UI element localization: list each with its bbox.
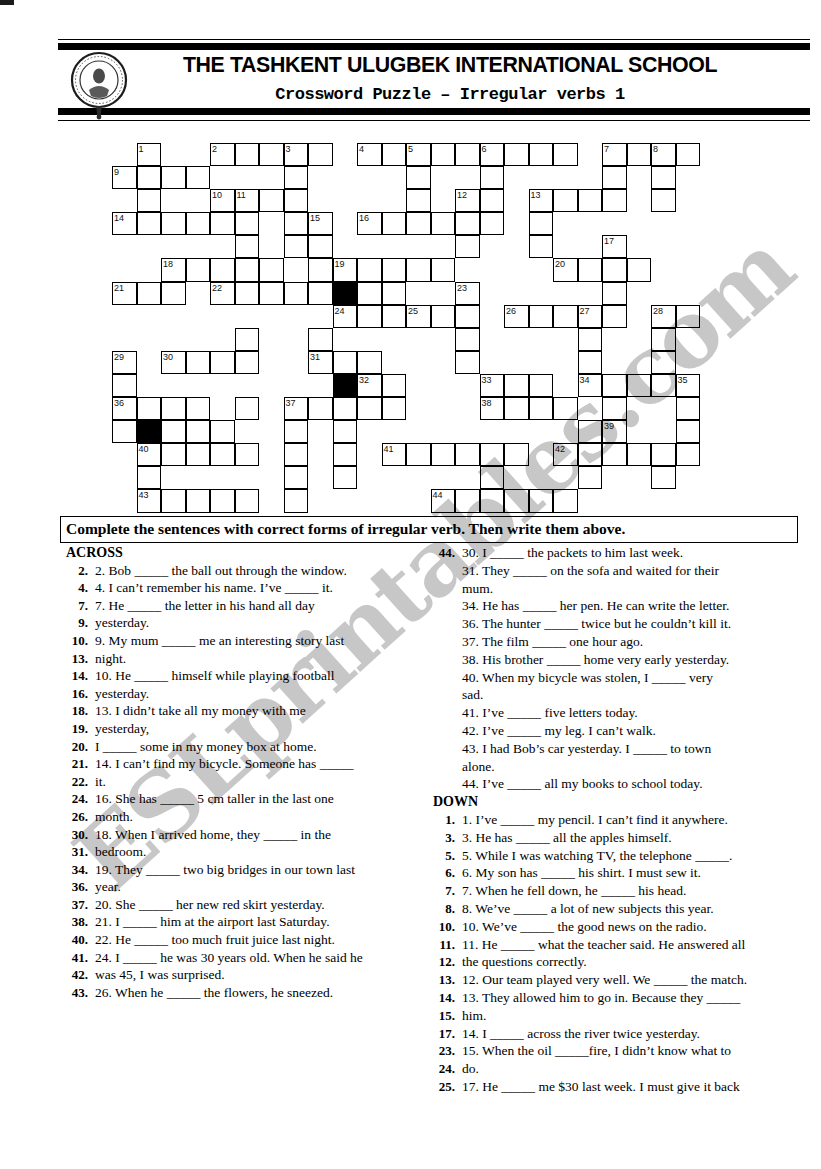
empty-space <box>627 489 652 512</box>
empty-space <box>651 489 676 512</box>
empty-space <box>333 328 358 351</box>
empty-space <box>602 466 627 489</box>
empty-space <box>504 466 529 489</box>
grid-cell <box>235 489 260 512</box>
grid-cell: 27 <box>578 305 603 328</box>
grid-cell <box>406 189 431 212</box>
clue-text: 13. I didn’t take all my money with me <box>95 703 306 719</box>
empty-space <box>553 466 578 489</box>
clue-line: 10.9. My mum _____ me an interesting sto… <box>60 633 432 651</box>
cell-number: 13 <box>531 190 541 200</box>
empty-space <box>651 420 676 443</box>
empty-space <box>480 351 505 374</box>
grid-cell: 20 <box>553 258 578 281</box>
cell-number: 17 <box>604 236 614 246</box>
grid-cell: 3 <box>284 143 309 166</box>
empty-space <box>529 258 554 281</box>
empty-space <box>406 397 431 420</box>
clue-text: 8. We’ve _____ a lot of new subjects thi… <box>462 901 714 917</box>
grid-cell <box>210 443 235 466</box>
empty-space <box>627 397 652 420</box>
cell-number: 20 <box>555 259 565 269</box>
empty-space <box>333 235 358 258</box>
grid-cell: 44 <box>431 489 456 512</box>
cell-number: 16 <box>359 213 369 223</box>
grid-cell <box>308 235 333 258</box>
clue-text: 34. He has _____ her pen. He can write t… <box>462 598 729 614</box>
cell-number: 18 <box>163 259 173 269</box>
grid-cell <box>137 466 162 489</box>
grid-cell <box>284 282 309 305</box>
clue-text: 36. The hunter _____ twice but he couldn… <box>462 616 731 632</box>
grid-cell: 19 <box>333 258 358 281</box>
clue-line: 3.3. He has _____ all the apples himself… <box>427 830 815 848</box>
clue-line: 23.15. When the oil _____fire, I didn’t … <box>427 1043 815 1061</box>
empty-space <box>627 235 652 258</box>
grid-cell: 8 <box>651 143 676 166</box>
cell-number: 4 <box>359 144 364 154</box>
empty-space <box>259 328 284 351</box>
clue-text: alone. <box>462 759 495 775</box>
grid-cell: 21 <box>112 282 137 305</box>
grid-cell <box>529 235 554 258</box>
empty-space <box>627 420 652 443</box>
empty-space <box>504 351 529 374</box>
crest-icon <box>70 50 128 120</box>
clue-text: I _____ some in my money box at home. <box>95 739 317 755</box>
across-clue-list-continued: 44.30. I _____ the packets to him last w… <box>427 545 815 794</box>
empty-space <box>186 143 211 166</box>
clue-line: 24.16. She has _____ 5 cm taller in the … <box>60 791 432 809</box>
grid-cell: 6 <box>480 143 505 166</box>
empty-space <box>406 374 431 397</box>
grid-cell <box>308 143 333 166</box>
clue-text: 14. I _____ across the river twice yeste… <box>462 1026 700 1042</box>
empty-space <box>161 235 186 258</box>
cell-number: 42 <box>555 444 565 454</box>
empty-space <box>480 420 505 443</box>
empty-space <box>455 420 480 443</box>
empty-space <box>112 189 137 212</box>
clue-line: 43.26. When he _____ the flowers, he sne… <box>60 985 432 1003</box>
grid-cell: 17 <box>602 235 627 258</box>
clue-line: 38. His brother _____ home very early ye… <box>427 652 815 670</box>
clue-text: 42. I’ve _____ my leg. I can’t walk. <box>462 723 656 739</box>
cell-number: 3 <box>286 144 291 154</box>
grid-cell <box>284 443 309 466</box>
grid-cell <box>357 258 382 281</box>
clue-number: 37. <box>60 897 95 913</box>
empty-space <box>553 212 578 235</box>
clue-number: 20. <box>60 739 95 755</box>
cell-number: 14 <box>114 213 124 223</box>
empty-space <box>284 258 309 281</box>
grid-cell: 18 <box>161 258 186 281</box>
empty-space <box>308 374 333 397</box>
empty-space <box>333 489 358 512</box>
grid-cell <box>284 420 309 443</box>
empty-space <box>382 189 407 212</box>
empty-space <box>676 235 701 258</box>
empty-space <box>651 235 676 258</box>
cell-number: 26 <box>506 306 516 316</box>
clue-line: 34. He has _____ her pen. He can write t… <box>427 598 815 616</box>
empty-space <box>210 374 235 397</box>
grid-cell <box>651 166 676 189</box>
grid-cell <box>553 305 578 328</box>
clue-number: 42. <box>60 967 95 983</box>
grid-cell <box>455 235 480 258</box>
header-bottom-thick-rule <box>58 108 810 115</box>
clue-text: 17. He _____ me $30 last week. I must gi… <box>462 1079 740 1095</box>
clue-text: 4. I can’t remember his name. I’ve _____… <box>95 580 333 596</box>
empty-space <box>553 235 578 258</box>
grid-cell <box>382 212 407 235</box>
empty-space <box>284 374 309 397</box>
clue-text: 15. When the oil _____fire, I didn’t kno… <box>462 1043 731 1059</box>
grid-cell <box>284 212 309 235</box>
empty-space <box>406 489 431 512</box>
empty-space <box>455 397 480 420</box>
clues-right-column: 44.30. I _____ the packets to him last w… <box>427 545 815 1097</box>
empty-space <box>504 212 529 235</box>
grid-cell: 43 <box>137 489 162 512</box>
clue-text: year. <box>95 879 121 895</box>
empty-space <box>627 189 652 212</box>
school-name: THE TASHKENT ULUGBEK INTERNATIONAL SCHOO… <box>140 52 761 78</box>
empty-space <box>284 328 309 351</box>
empty-space <box>161 466 186 489</box>
empty-space <box>259 166 284 189</box>
clue-line: 15.him. <box>427 1008 815 1026</box>
cell-number: 7 <box>604 144 609 154</box>
grid-cell <box>112 420 137 443</box>
clue-number: 5. <box>427 848 462 864</box>
grid-cell <box>578 420 603 443</box>
clue-line: 42.was 45, I was surprised. <box>60 967 432 985</box>
grid-cell <box>406 212 431 235</box>
grid-cell <box>627 143 652 166</box>
grid-cell <box>676 143 701 166</box>
grid-cell <box>186 258 211 281</box>
empty-space <box>651 282 676 305</box>
grid-cell <box>455 489 480 512</box>
grid-cell <box>651 351 676 374</box>
grid-cell <box>602 397 627 420</box>
grid-cell: 42 <box>553 443 578 466</box>
clue-text: 22. He _____ too much fruit juice last n… <box>95 932 335 948</box>
empty-space <box>504 258 529 281</box>
clue-line: 37. The film _____ one hour ago. <box>427 634 815 652</box>
grid-cell: 24 <box>333 305 358 328</box>
grid-cell <box>529 489 554 512</box>
empty-space <box>676 258 701 281</box>
empty-space <box>529 282 554 305</box>
clue-text: yesterday. <box>95 615 149 631</box>
empty-space <box>308 189 333 212</box>
empty-space <box>210 235 235 258</box>
clue-text: 7. When he fell down, he _____ his head. <box>462 883 686 899</box>
grid-cell: 1 <box>137 143 162 166</box>
clue-line: 9.yesterday. <box>60 615 432 633</box>
clue-number: 38. <box>60 914 95 930</box>
grid-cell <box>578 466 603 489</box>
clue-text: sad. <box>462 687 483 703</box>
grid-cell <box>333 351 358 374</box>
empty-space <box>431 189 456 212</box>
grid-cell <box>308 282 333 305</box>
clue-text: 2. Bob _____ the ball out through the wi… <box>95 563 347 579</box>
empty-space <box>308 305 333 328</box>
clue-text: 11. He _____ what the teacher said. He a… <box>462 937 745 953</box>
grid-cell <box>382 258 407 281</box>
empty-space <box>676 212 701 235</box>
grid-cell <box>455 305 480 328</box>
grid-cell <box>529 305 554 328</box>
clue-line: 26.month. <box>60 809 432 827</box>
empty-space <box>112 305 137 328</box>
empty-space <box>529 420 554 443</box>
clue-text: do. <box>462 1061 479 1077</box>
grid-cell <box>431 258 456 281</box>
clue-number: 34. <box>60 862 95 878</box>
empty-space <box>186 235 211 258</box>
grid-cell <box>210 212 235 235</box>
grid-cell <box>161 166 186 189</box>
clue-text: 6. My son has _____ his shirt. I must se… <box>462 865 701 881</box>
clue-text: night. <box>95 651 126 667</box>
grid-cell <box>235 258 260 281</box>
empty-space <box>529 351 554 374</box>
clue-text: 13. They allowed him to go in. Because t… <box>462 990 740 1006</box>
empty-space <box>431 235 456 258</box>
empty-space <box>161 143 186 166</box>
grid-cell: 34 <box>578 374 603 397</box>
grid-cell <box>333 466 358 489</box>
cell-number: 38 <box>482 398 492 408</box>
clue-text: him. <box>462 1008 486 1024</box>
clue-text: 44. I’ve _____ all my books to school to… <box>462 776 703 792</box>
empty-space <box>137 328 162 351</box>
grid-cell <box>504 143 529 166</box>
empty-space <box>210 466 235 489</box>
cell-number: 19 <box>335 259 345 269</box>
clue-line: 36.year. <box>60 879 432 897</box>
clue-text: was 45, I was surprised. <box>95 967 225 983</box>
clue-line: 5.5. While I was watching TV, the teleph… <box>427 848 815 866</box>
clue-line: 43. I had Bob’s car yesterday. I _____ t… <box>427 741 815 759</box>
clue-text: 16. She has _____ 5 cm taller in the las… <box>95 791 334 807</box>
cell-number: 24 <box>335 306 345 316</box>
clue-number: 6. <box>427 865 462 881</box>
clue-text: 5. While I was watching TV, the telephon… <box>462 848 732 864</box>
empty-space <box>504 235 529 258</box>
cell-number: 32 <box>359 375 369 385</box>
clue-number: 31. <box>60 844 95 860</box>
empty-space <box>406 328 431 351</box>
cell-number: 40 <box>139 444 149 454</box>
empty-space <box>406 282 431 305</box>
empty-space <box>431 374 456 397</box>
clue-text: 24. I _____ he was 30 years old. When he… <box>95 950 363 966</box>
empty-space <box>112 443 137 466</box>
empty-space <box>259 397 284 420</box>
grid-cell <box>137 212 162 235</box>
grid-cell <box>480 466 505 489</box>
cell-number: 9 <box>114 167 119 177</box>
header: THE TASHKENT ULUGBEK INTERNATIONAL SCHOO… <box>130 52 770 104</box>
grid-cell <box>480 212 505 235</box>
empty-space <box>210 328 235 351</box>
clue-text: 43. I had Bob’s car yesterday. I _____ t… <box>462 741 711 757</box>
empty-space <box>382 166 407 189</box>
clue-line: 6.6. My son has _____ his shirt. I must … <box>427 865 815 883</box>
empty-space <box>455 166 480 189</box>
cell-number: 37 <box>286 398 296 408</box>
cell-number: 33 <box>482 375 492 385</box>
empty-space <box>235 466 260 489</box>
cell-number: 31 <box>310 352 320 362</box>
empty-space <box>186 305 211 328</box>
grid-cell <box>651 466 676 489</box>
clue-text: yesterday, <box>95 721 149 737</box>
empty-space <box>504 189 529 212</box>
empty-space <box>578 143 603 166</box>
clue-number: 43. <box>60 985 95 1001</box>
grid-cell <box>504 443 529 466</box>
clue-text: bedroom. <box>95 844 146 860</box>
cell-number: 39 <box>604 421 614 431</box>
empty-space <box>529 466 554 489</box>
empty-space <box>333 166 358 189</box>
cell-number: 34 <box>580 375 590 385</box>
empty-space <box>627 212 652 235</box>
empty-space <box>210 166 235 189</box>
cell-number: 36 <box>114 398 124 408</box>
clue-text: month. <box>95 809 133 825</box>
empty-space <box>259 374 284 397</box>
grid-cell <box>529 397 554 420</box>
empty-space <box>112 489 137 512</box>
clue-number: 4. <box>60 580 95 596</box>
clue-number: 8. <box>427 901 462 917</box>
grid-cell <box>676 397 701 420</box>
cell-number: 11 <box>237 190 246 200</box>
empty-space <box>553 282 578 305</box>
grid-cell <box>357 397 382 420</box>
grid-cell <box>284 166 309 189</box>
cell-number: 27 <box>580 306 590 316</box>
grid-cell <box>235 212 260 235</box>
grid-cell <box>676 443 701 466</box>
empty-space <box>284 351 309 374</box>
clue-number: 14. <box>60 668 95 684</box>
empty-space <box>627 328 652 351</box>
empty-space <box>627 166 652 189</box>
grid-cell: 39 <box>602 420 627 443</box>
empty-space <box>455 374 480 397</box>
empty-space <box>676 189 701 212</box>
empty-space <box>431 282 456 305</box>
clue-line: 10.10. We’ve _____ the good news on the … <box>427 919 815 937</box>
grid-cell: 15 <box>308 212 333 235</box>
grid-cell <box>651 189 676 212</box>
scan-corner-artifact <box>0 0 14 5</box>
cell-number: 15 <box>310 213 320 223</box>
empty-space <box>284 305 309 328</box>
clue-line: 13.12. Our team played very well. We ___… <box>427 972 815 990</box>
clue-line: 19.yesterday, <box>60 721 432 739</box>
empty-space <box>137 374 162 397</box>
grid-cell <box>578 328 603 351</box>
grid-cell <box>382 305 407 328</box>
grid-cell <box>480 443 505 466</box>
grid-cell <box>651 443 676 466</box>
empty-space <box>578 489 603 512</box>
grid-cell <box>186 443 211 466</box>
empty-space <box>627 351 652 374</box>
clue-text: mum. <box>462 581 493 597</box>
clue-number: 10. <box>427 919 462 935</box>
cell-number: 23 <box>457 283 467 293</box>
grid-cell <box>553 489 578 512</box>
empty-space <box>602 328 627 351</box>
clue-line: 14.13. They allowed him to go in. Becaus… <box>427 990 815 1008</box>
grid-cell <box>137 282 162 305</box>
grid-cell <box>504 374 529 397</box>
empty-space <box>553 166 578 189</box>
clue-line: 41.24. I _____ he was 30 years old. When… <box>60 950 432 968</box>
grid-cell <box>210 489 235 512</box>
empty-space <box>627 466 652 489</box>
empty-space <box>308 166 333 189</box>
clue-line: 22.it. <box>60 774 432 792</box>
clue-line: 20.I _____ some in my money box at home. <box>60 739 432 757</box>
empty-space <box>235 305 260 328</box>
grid-cell <box>382 397 407 420</box>
cell-number: 44 <box>433 490 443 500</box>
grid-cell <box>455 443 480 466</box>
grid-cell <box>357 351 382 374</box>
empty-space <box>235 374 260 397</box>
empty-space <box>627 282 652 305</box>
grid-cell <box>455 143 480 166</box>
cell-number: 12 <box>457 190 467 200</box>
grid-cell <box>676 420 701 443</box>
empty-space <box>431 351 456 374</box>
clue-number: 18. <box>60 703 95 719</box>
clue-line: sad. <box>427 687 815 705</box>
empty-space <box>578 397 603 420</box>
clue-line: 44.30. I _____ the packets to him last w… <box>427 545 815 563</box>
grid-cell <box>161 282 186 305</box>
grid-cell <box>210 351 235 374</box>
grid-cell <box>627 374 652 397</box>
empty-space <box>161 374 186 397</box>
empty-space <box>578 212 603 235</box>
clue-line: 4.4. I can’t remember his name. I’ve ___… <box>60 580 432 598</box>
empty-space <box>480 235 505 258</box>
grid-cell <box>529 212 554 235</box>
empty-space <box>259 466 284 489</box>
cell-number: 25 <box>408 306 418 316</box>
down-clue-list: 1.1. I’ve _____ my pencil. I can’t find … <box>427 812 815 1097</box>
empty-space <box>406 351 431 374</box>
grid-cell <box>284 189 309 212</box>
clue-line: 44. I’ve _____ all my books to school to… <box>427 776 815 794</box>
clue-number: 24. <box>427 1061 462 1077</box>
clue-number: 16. <box>60 686 95 702</box>
